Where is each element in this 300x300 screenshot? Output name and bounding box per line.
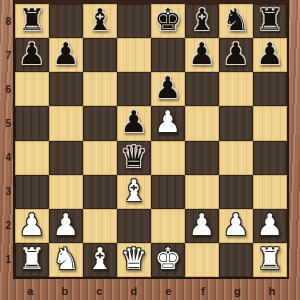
square-g3[interactable] (219, 175, 253, 209)
square-g6[interactable] (219, 72, 253, 106)
piece-white-bishop[interactable]: ♝ (121, 176, 148, 206)
piece-black-knight[interactable]: ♞ (223, 5, 250, 35)
piece-black-queen[interactable]: ♛ (121, 142, 148, 172)
piece-black-pawn[interactable]: ♟ (121, 107, 148, 137)
square-d3[interactable]: ♝ (117, 175, 151, 209)
piece-black-rook[interactable]: ♜ (257, 5, 284, 35)
piece-black-pawn[interactable]: ♟ (53, 39, 80, 69)
square-h6[interactable] (253, 72, 287, 106)
square-g7[interactable]: ♟ (219, 38, 253, 72)
file-label-c: c (82, 281, 117, 300)
square-g1[interactable] (219, 243, 253, 277)
square-e7[interactable] (151, 38, 185, 72)
chess-app-window: 87654321 ♜♝♚♝♞♜♟♟♟♟♟♟♟♟♛♝♟♟♟♟♟♜♞♝♛♚♜ abc… (0, 0, 300, 300)
piece-white-rook[interactable]: ♜ (257, 244, 284, 274)
square-d7[interactable] (117, 38, 151, 72)
square-c4[interactable] (83, 141, 117, 175)
piece-white-queen[interactable]: ♛ (121, 244, 148, 274)
square-h3[interactable] (253, 175, 287, 209)
piece-white-knight[interactable]: ♞ (53, 244, 80, 274)
rank-label-8: 8 (0, 4, 13, 38)
rank-label-4: 4 (0, 141, 13, 175)
square-f1[interactable] (185, 243, 219, 277)
square-b7[interactable]: ♟ (49, 38, 83, 72)
square-c3[interactable] (83, 175, 117, 209)
file-label-a: a (13, 281, 48, 300)
piece-white-bishop[interactable]: ♝ (87, 244, 114, 274)
piece-white-pawn[interactable]: ♟ (189, 210, 216, 240)
square-a1[interactable]: ♜ (15, 243, 49, 277)
rank-label-1: 1 (0, 243, 13, 277)
square-h1[interactable]: ♜ (253, 243, 287, 277)
square-e6[interactable]: ♟ (151, 72, 185, 106)
square-e2[interactable] (151, 209, 185, 243)
square-d1[interactable]: ♛ (117, 243, 151, 277)
square-h7[interactable]: ♟ (253, 38, 287, 72)
square-e1[interactable]: ♚ (151, 243, 185, 277)
square-a2[interactable]: ♟ (15, 209, 49, 243)
square-f4[interactable] (185, 141, 219, 175)
piece-white-pawn[interactable]: ♟ (19, 210, 46, 240)
piece-black-pawn[interactable]: ♟ (19, 39, 46, 69)
piece-white-pawn[interactable]: ♟ (53, 210, 80, 240)
piece-black-pawn[interactable]: ♟ (223, 39, 250, 69)
square-a3[interactable] (15, 175, 49, 209)
square-c8[interactable]: ♝ (83, 4, 117, 38)
piece-white-pawn[interactable]: ♟ (155, 107, 182, 137)
square-h5[interactable] (253, 106, 287, 140)
chess-board[interactable]: ♜♝♚♝♞♜♟♟♟♟♟♟♟♟♛♝♟♟♟♟♟♜♞♝♛♚♜ (13, 0, 289, 279)
piece-white-rook[interactable]: ♜ (19, 244, 46, 274)
piece-black-pawn[interactable]: ♟ (257, 39, 284, 69)
piece-black-bishop[interactable]: ♝ (189, 5, 216, 35)
square-e8[interactable]: ♚ (151, 4, 185, 38)
square-b1[interactable]: ♞ (49, 243, 83, 277)
square-g5[interactable] (219, 106, 253, 140)
file-label-e: e (151, 281, 186, 300)
piece-white-pawn[interactable]: ♟ (223, 210, 250, 240)
square-d5[interactable]: ♟ (117, 106, 151, 140)
square-b4[interactable] (49, 141, 83, 175)
square-a7[interactable]: ♟ (15, 38, 49, 72)
rank-label-5: 5 (0, 106, 13, 140)
square-g8[interactable]: ♞ (219, 4, 253, 38)
rank-label-7: 7 (0, 38, 13, 72)
piece-black-king[interactable]: ♚ (155, 5, 182, 35)
file-label-d: d (117, 281, 152, 300)
piece-black-rook[interactable]: ♜ (19, 5, 46, 35)
piece-black-pawn[interactable]: ♟ (189, 39, 216, 69)
square-f2[interactable]: ♟ (185, 209, 219, 243)
square-c1[interactable]: ♝ (83, 243, 117, 277)
piece-white-king[interactable]: ♚ (155, 244, 182, 274)
square-h8[interactable]: ♜ (253, 4, 287, 38)
square-f7[interactable]: ♟ (185, 38, 219, 72)
square-f8[interactable]: ♝ (185, 4, 219, 38)
square-b3[interactable] (49, 175, 83, 209)
square-h2[interactable]: ♟ (253, 209, 287, 243)
rank-label-6: 6 (0, 72, 13, 106)
piece-black-pawn[interactable]: ♟ (155, 73, 182, 103)
square-b6[interactable] (49, 72, 83, 106)
file-label-h: h (255, 281, 290, 300)
square-a6[interactable] (15, 72, 49, 106)
square-g4[interactable] (219, 141, 253, 175)
file-label-g: g (220, 281, 255, 300)
square-f5[interactable] (185, 106, 219, 140)
square-b8[interactable] (49, 4, 83, 38)
square-g2[interactable]: ♟ (219, 209, 253, 243)
file-labels: abcdefgh (13, 281, 289, 300)
square-a8[interactable]: ♜ (15, 4, 49, 38)
square-d6[interactable] (117, 72, 151, 106)
rank-labels: 87654321 (0, 4, 13, 277)
file-label-b: b (48, 281, 83, 300)
square-c6[interactable] (83, 72, 117, 106)
piece-black-bishop[interactable]: ♝ (87, 5, 114, 35)
square-d8[interactable] (117, 4, 151, 38)
square-b2[interactable]: ♟ (49, 209, 83, 243)
square-c7[interactable] (83, 38, 117, 72)
file-label-f: f (186, 281, 221, 300)
piece-white-pawn[interactable]: ♟ (257, 210, 284, 240)
square-a4[interactable] (15, 141, 49, 175)
rank-label-3: 3 (0, 175, 13, 209)
square-d2[interactable] (117, 209, 151, 243)
square-e4[interactable] (151, 141, 185, 175)
square-c5[interactable] (83, 106, 117, 140)
square-d4[interactable]: ♛ (117, 141, 151, 175)
square-c2[interactable] (83, 209, 117, 243)
square-e3[interactable] (151, 175, 185, 209)
rank-label-2: 2 (0, 209, 13, 243)
square-h4[interactable] (253, 141, 287, 175)
square-f3[interactable] (185, 175, 219, 209)
square-e5[interactable]: ♟ (151, 106, 185, 140)
square-b5[interactable] (49, 106, 83, 140)
square-a5[interactable] (15, 106, 49, 140)
square-f6[interactable] (185, 72, 219, 106)
